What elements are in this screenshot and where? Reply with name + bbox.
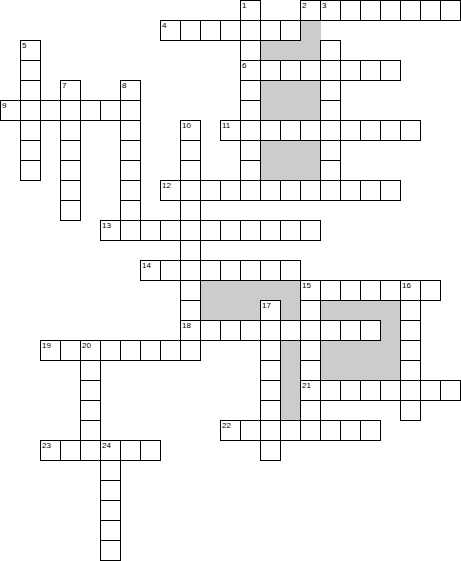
grid-cell[interactable] — [60, 200, 81, 221]
shaded-cell — [380, 340, 401, 361]
grid-cell[interactable] — [80, 380, 101, 401]
shaded-cell — [380, 320, 401, 341]
grid-cell[interactable] — [300, 120, 321, 141]
shaded-cell — [260, 100, 281, 121]
clue-number: 24 — [102, 441, 111, 450]
grid-cell[interactable] — [180, 240, 201, 261]
clue-number: 2 — [302, 1, 306, 10]
grid-cell[interactable] — [360, 320, 381, 341]
grid-cell[interactable] — [260, 320, 281, 341]
grid-cell[interactable] — [280, 120, 301, 141]
grid-cell[interactable] — [440, 0, 461, 21]
grid-cell[interactable]: 15 — [300, 280, 321, 301]
grid-cell[interactable] — [160, 220, 181, 241]
clue-number: 6 — [242, 61, 246, 70]
shaded-cell — [280, 300, 301, 321]
grid-cell[interactable] — [220, 180, 241, 201]
grid-cell[interactable]: 11 — [220, 120, 241, 141]
grid-cell[interactable] — [240, 220, 261, 241]
grid-cell[interactable] — [140, 220, 161, 241]
grid-cell[interactable]: 21 — [300, 380, 321, 401]
grid-cell[interactable] — [200, 260, 221, 281]
grid-cell[interactable] — [320, 320, 341, 341]
grid-cell[interactable] — [300, 340, 321, 361]
grid-cell[interactable] — [180, 200, 201, 221]
shaded-cell — [260, 80, 281, 101]
grid-cell[interactable] — [180, 140, 201, 161]
shaded-cell — [280, 360, 301, 381]
grid-cell[interactable] — [260, 220, 281, 241]
grid-cell[interactable] — [20, 120, 41, 141]
grid-cell[interactable] — [120, 200, 141, 221]
grid-cell[interactable]: 9 — [0, 100, 21, 121]
clue-number: 23 — [42, 441, 51, 450]
grid-cell[interactable] — [260, 20, 281, 41]
grid-cell[interactable]: 5 — [20, 40, 41, 61]
grid-cell[interactable] — [160, 260, 181, 281]
grid-cell[interactable]: 20 — [80, 340, 101, 361]
grid-cell[interactable] — [400, 340, 421, 361]
grid-cell[interactable] — [340, 0, 361, 21]
shaded-cell — [380, 360, 401, 381]
shaded-cell — [200, 300, 221, 321]
grid-cell[interactable] — [180, 300, 201, 321]
grid-cell[interactable] — [280, 60, 301, 81]
grid-cell[interactable] — [280, 220, 301, 241]
grid-cell[interactable] — [120, 220, 141, 241]
grid-cell[interactable] — [320, 180, 341, 201]
grid-cell[interactable] — [180, 280, 201, 301]
grid-cell[interactable] — [240, 180, 261, 201]
shaded-cell — [380, 300, 401, 321]
clue-number: 8 — [122, 81, 126, 90]
shaded-cell — [300, 140, 321, 161]
grid-cell[interactable] — [400, 380, 421, 401]
grid-cell[interactable] — [260, 420, 281, 441]
shaded-cell — [280, 80, 301, 101]
grid-cell[interactable] — [400, 360, 421, 381]
grid-cell[interactable] — [100, 340, 121, 361]
clue-number: 1 — [242, 1, 246, 10]
shaded-cell — [280, 40, 301, 61]
clue-number: 20 — [82, 341, 91, 350]
shaded-cell — [240, 300, 261, 321]
grid-cell[interactable] — [240, 100, 261, 121]
grid-cell[interactable] — [360, 420, 381, 441]
shaded-cell — [300, 100, 321, 121]
grid-cell[interactable] — [300, 420, 321, 441]
grid-cell[interactable]: 7 — [60, 80, 81, 101]
clue-number: 13 — [102, 221, 111, 230]
grid-cell[interactable] — [60, 140, 81, 161]
grid-cell[interactable] — [340, 60, 361, 81]
grid-cell[interactable] — [320, 60, 341, 81]
grid-cell[interactable] — [80, 400, 101, 421]
grid-cell[interactable]: 18 — [180, 320, 201, 341]
shaded-cell — [220, 280, 241, 301]
grid-cell[interactable] — [400, 320, 421, 341]
shaded-cell — [280, 280, 301, 301]
shaded-cell — [360, 340, 381, 361]
grid-cell[interactable] — [120, 340, 141, 361]
clue-number: 11 — [222, 121, 230, 130]
grid-cell[interactable] — [40, 100, 61, 121]
grid-cell[interactable] — [60, 180, 81, 201]
grid-cell[interactable] — [100, 520, 121, 541]
grid-cell[interactable] — [240, 140, 261, 161]
grid-cell[interactable] — [260, 440, 281, 461]
grid-cell[interactable] — [300, 360, 321, 381]
grid-cell[interactable] — [180, 160, 201, 181]
grid-cell[interactable] — [360, 60, 381, 81]
grid-cell[interactable] — [100, 460, 121, 481]
grid-cell[interactable] — [160, 340, 181, 361]
grid-cell[interactable] — [300, 180, 321, 201]
grid-cell[interactable] — [340, 280, 361, 301]
grid-cell[interactable] — [80, 440, 101, 461]
grid-cell[interactable]: 22 — [220, 420, 241, 441]
grid-cell[interactable] — [60, 440, 81, 461]
shaded-cell — [320, 340, 341, 361]
grid-cell[interactable]: 2 — [300, 0, 321, 21]
grid-cell[interactable] — [260, 180, 281, 201]
grid-cell[interactable] — [300, 320, 321, 341]
grid-cell[interactable] — [240, 20, 261, 41]
clue-number: 4 — [162, 21, 166, 30]
grid-cell[interactable] — [380, 0, 401, 21]
grid-cell[interactable] — [140, 440, 161, 461]
grid-cell[interactable] — [280, 20, 301, 41]
grid-cell[interactable] — [120, 140, 141, 161]
grid-cell[interactable] — [420, 280, 441, 301]
clue-number: 9 — [2, 101, 6, 110]
grid-cell[interactable] — [200, 20, 221, 41]
grid-cell[interactable] — [300, 220, 321, 241]
grid-cell[interactable] — [300, 400, 321, 421]
shaded-cell — [360, 360, 381, 381]
grid-cell[interactable] — [280, 420, 301, 441]
grid-cell[interactable] — [120, 160, 141, 181]
grid-cell[interactable] — [280, 320, 301, 341]
shaded-cell — [340, 340, 361, 361]
clue-number: 3 — [322, 1, 326, 10]
grid-cell[interactable] — [260, 60, 281, 81]
grid-cell[interactable] — [240, 40, 261, 61]
grid-cell[interactable] — [260, 340, 281, 361]
grid-cell[interactable] — [360, 120, 381, 141]
grid-cell[interactable] — [320, 40, 341, 61]
shaded-cell — [220, 300, 241, 321]
shaded-cell — [240, 280, 261, 301]
grid-cell[interactable] — [60, 100, 81, 121]
grid-cell[interactable] — [220, 20, 241, 41]
grid-cell[interactable] — [200, 180, 221, 201]
grid-cell[interactable]: 23 — [40, 440, 61, 461]
clue-number: 10 — [182, 121, 191, 130]
shaded-cell — [300, 80, 321, 101]
grid-cell[interactable] — [400, 0, 421, 21]
grid-cell[interactable] — [420, 0, 441, 21]
grid-cell[interactable] — [100, 500, 121, 521]
grid-cell[interactable] — [320, 140, 341, 161]
grid-cell[interactable] — [120, 440, 141, 461]
clue-number: 14 — [142, 261, 151, 270]
clue-number: 18 — [182, 321, 191, 330]
grid-cell[interactable] — [380, 180, 401, 201]
grid-cell[interactable] — [20, 160, 41, 181]
grid-cell[interactable] — [340, 120, 361, 141]
grid-cell[interactable] — [260, 120, 281, 141]
grid-cell[interactable] — [280, 180, 301, 201]
grid-cell[interactable] — [320, 100, 341, 121]
shaded-cell — [340, 360, 361, 381]
grid-cell[interactable] — [300, 300, 321, 321]
grid-cell[interactable] — [100, 100, 121, 121]
grid-cell[interactable] — [60, 160, 81, 181]
grid-cell[interactable] — [380, 60, 401, 81]
grid-cell[interactable] — [320, 80, 341, 101]
grid-cell[interactable] — [100, 480, 121, 501]
grid-cell[interactable] — [120, 120, 141, 141]
grid-cell[interactable]: 24 — [100, 440, 121, 461]
grid-cell[interactable] — [380, 120, 401, 141]
grid-cell[interactable] — [380, 280, 401, 301]
grid-cell[interactable]: 17 — [260, 300, 281, 321]
clue-number: 22 — [222, 421, 231, 430]
grid-cell[interactable] — [20, 60, 41, 81]
grid-cell[interactable] — [140, 340, 161, 361]
grid-cell[interactable] — [260, 260, 281, 281]
shaded-cell — [280, 400, 301, 421]
grid-cell[interactable]: 19 — [40, 340, 61, 361]
grid-cell[interactable] — [20, 80, 41, 101]
grid-cell[interactable]: 1 — [240, 0, 261, 21]
grid-cell[interactable] — [400, 400, 421, 421]
crossword-grid: 123456789101112131415161718192021222324 — [0, 0, 461, 561]
grid-cell[interactable]: 4 — [160, 20, 181, 41]
grid-cell[interactable] — [400, 300, 421, 321]
grid-cell[interactable] — [340, 320, 361, 341]
clue-number: 16 — [402, 281, 411, 290]
grid-cell[interactable] — [220, 260, 241, 281]
grid-cell[interactable] — [340, 180, 361, 201]
shaded-cell — [280, 160, 301, 181]
grid-cell[interactable] — [180, 20, 201, 41]
shaded-cell — [320, 360, 341, 381]
grid-cell[interactable]: 6 — [240, 60, 261, 81]
grid-cell[interactable] — [240, 80, 261, 101]
grid-cell[interactable] — [240, 420, 261, 441]
grid-cell[interactable] — [440, 380, 461, 401]
shaded-cell — [300, 160, 321, 181]
grid-cell[interactable]: 10 — [180, 120, 201, 141]
grid-cell[interactable]: 14 — [140, 260, 161, 281]
grid-cell[interactable] — [20, 140, 41, 161]
grid-cell[interactable] — [260, 400, 281, 421]
grid-cell[interactable] — [100, 540, 121, 561]
grid-cell[interactable] — [240, 160, 261, 181]
shaded-cell — [280, 340, 301, 361]
grid-cell[interactable] — [80, 420, 101, 441]
grid-cell[interactable]: 16 — [400, 280, 421, 301]
grid-cell[interactable] — [120, 180, 141, 201]
grid-cell[interactable] — [320, 160, 341, 181]
grid-cell[interactable] — [200, 220, 221, 241]
grid-cell[interactable] — [320, 420, 341, 441]
shaded-cell — [280, 100, 301, 121]
grid-cell[interactable] — [320, 280, 341, 301]
shaded-cell — [280, 380, 301, 401]
grid-cell[interactable] — [60, 340, 81, 361]
clue-number: 12 — [162, 181, 171, 190]
grid-cell[interactable] — [360, 0, 381, 21]
grid-cell[interactable] — [120, 100, 141, 121]
grid-cell[interactable] — [220, 320, 241, 341]
grid-cell[interactable] — [220, 220, 241, 241]
clue-number: 21 — [302, 381, 311, 390]
clue-number: 15 — [302, 281, 311, 290]
grid-cell[interactable] — [240, 120, 261, 141]
shaded-cell — [320, 300, 341, 321]
shaded-cell — [260, 40, 281, 61]
grid-cell[interactable]: 3 — [320, 0, 341, 21]
grid-cell[interactable] — [60, 120, 81, 141]
grid-cell[interactable]: 8 — [120, 80, 141, 101]
grid-cell[interactable] — [380, 380, 401, 401]
grid-cell[interactable] — [80, 100, 101, 121]
grid-cell[interactable] — [360, 180, 381, 201]
shaded-cell — [260, 160, 281, 181]
grid-cell[interactable] — [320, 120, 341, 141]
grid-cell[interactable]: 13 — [100, 220, 121, 241]
grid-cell[interactable] — [240, 320, 261, 341]
clue-number: 17 — [262, 301, 271, 310]
grid-cell[interactable] — [360, 280, 381, 301]
grid-cell[interactable] — [180, 340, 201, 361]
shaded-cell — [260, 280, 281, 301]
grid-cell[interactable] — [280, 260, 301, 281]
grid-cell[interactable] — [400, 120, 421, 141]
shaded-cell — [300, 40, 321, 61]
grid-cell[interactable] — [80, 360, 101, 381]
grid-cell[interactable] — [320, 380, 341, 401]
grid-cell[interactable] — [260, 380, 281, 401]
grid-cell[interactable] — [260, 360, 281, 381]
shaded-cell — [360, 300, 381, 321]
grid-cell[interactable] — [420, 380, 441, 401]
grid-cell[interactable]: 12 — [160, 180, 181, 201]
clue-number: 7 — [62, 81, 66, 90]
grid-cell[interactable] — [20, 100, 41, 121]
shaded-cell — [300, 20, 321, 41]
grid-cell[interactable] — [300, 60, 321, 81]
grid-cell[interactable] — [200, 320, 221, 341]
grid-cell[interactable] — [340, 420, 361, 441]
grid-cell[interactable] — [340, 380, 361, 401]
grid-cell[interactable] — [180, 220, 201, 241]
shaded-cell — [340, 300, 361, 321]
shaded-cell — [280, 140, 301, 161]
clue-number: 5 — [22, 41, 26, 50]
clue-number: 19 — [42, 341, 51, 350]
shaded-cell — [200, 280, 221, 301]
grid-cell[interactable] — [180, 260, 201, 281]
grid-cell[interactable] — [240, 260, 261, 281]
shaded-cell — [260, 140, 281, 161]
grid-cell[interactable] — [180, 180, 201, 201]
grid-cell[interactable] — [360, 380, 381, 401]
